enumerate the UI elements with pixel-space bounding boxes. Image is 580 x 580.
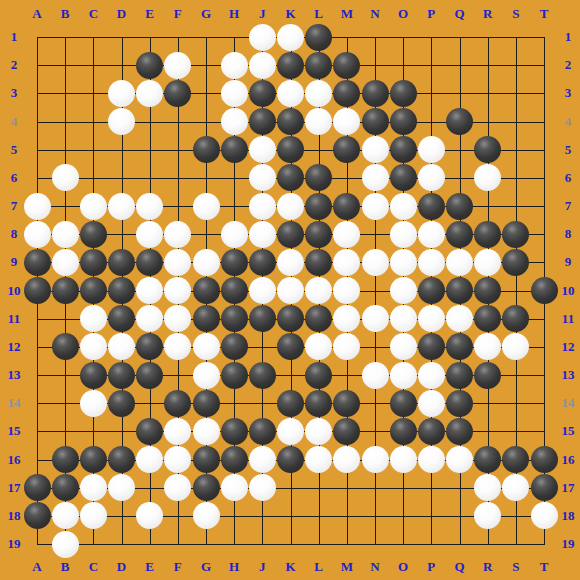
black-stone[interactable] bbox=[193, 277, 220, 304]
white-stone[interactable] bbox=[164, 52, 191, 79]
white-stone[interactable] bbox=[136, 446, 163, 473]
white-stone[interactable] bbox=[221, 474, 248, 501]
black-stone[interactable] bbox=[446, 418, 473, 445]
black-stone[interactable] bbox=[446, 108, 473, 135]
white-stone[interactable] bbox=[24, 221, 51, 248]
white-stone[interactable] bbox=[249, 52, 276, 79]
column-label: M bbox=[334, 559, 360, 575]
white-stone[interactable] bbox=[249, 446, 276, 473]
row-label: 2 bbox=[1, 57, 27, 73]
row-label: 7 bbox=[555, 198, 580, 214]
go-board-screen: AABBCCDDEEFFGGHHJJKKLLMMNNOOPPQQRRSSTT11… bbox=[0, 0, 580, 580]
white-stone[interactable] bbox=[249, 474, 276, 501]
white-stone[interactable] bbox=[390, 333, 417, 360]
white-stone[interactable] bbox=[362, 446, 389, 473]
white-stone[interactable] bbox=[446, 446, 473, 473]
white-stone[interactable] bbox=[390, 362, 417, 389]
black-stone[interactable] bbox=[305, 193, 332, 220]
black-stone[interactable] bbox=[305, 362, 332, 389]
black-stone[interactable] bbox=[249, 362, 276, 389]
row-label: 3 bbox=[555, 85, 580, 101]
black-stone[interactable] bbox=[333, 418, 360, 445]
black-stone[interactable] bbox=[24, 277, 51, 304]
white-stone[interactable] bbox=[221, 221, 248, 248]
row-label: 15 bbox=[1, 423, 27, 439]
white-stone[interactable] bbox=[52, 249, 79, 276]
white-stone[interactable] bbox=[277, 193, 304, 220]
white-stone[interactable] bbox=[164, 221, 191, 248]
black-stone[interactable] bbox=[390, 390, 417, 417]
white-stone[interactable] bbox=[362, 136, 389, 163]
black-stone[interactable] bbox=[305, 249, 332, 276]
white-stone[interactable] bbox=[277, 277, 304, 304]
black-stone[interactable] bbox=[474, 362, 501, 389]
column-label: N bbox=[362, 6, 388, 22]
black-stone[interactable] bbox=[531, 474, 558, 501]
white-stone[interactable] bbox=[418, 362, 445, 389]
white-stone[interactable] bbox=[136, 80, 163, 107]
row-label: 9 bbox=[555, 254, 580, 270]
row-label: 18 bbox=[555, 508, 580, 524]
column-label: J bbox=[249, 6, 275, 22]
white-stone[interactable] bbox=[24, 193, 51, 220]
column-label: B bbox=[52, 559, 78, 575]
row-label: 1 bbox=[555, 29, 580, 45]
black-stone[interactable] bbox=[333, 193, 360, 220]
white-stone[interactable] bbox=[390, 305, 417, 332]
white-stone[interactable] bbox=[108, 80, 135, 107]
black-stone[interactable] bbox=[446, 193, 473, 220]
white-stone[interactable] bbox=[193, 418, 220, 445]
column-label: H bbox=[221, 6, 247, 22]
row-label: 16 bbox=[555, 452, 580, 468]
white-stone[interactable] bbox=[221, 108, 248, 135]
black-stone[interactable] bbox=[305, 390, 332, 417]
black-stone[interactable] bbox=[136, 362, 163, 389]
white-stone[interactable] bbox=[249, 193, 276, 220]
black-stone[interactable] bbox=[277, 108, 304, 135]
black-stone[interactable] bbox=[277, 221, 304, 248]
white-stone[interactable] bbox=[305, 80, 332, 107]
black-stone[interactable] bbox=[193, 390, 220, 417]
column-label: F bbox=[165, 6, 191, 22]
white-stone[interactable] bbox=[305, 108, 332, 135]
black-stone[interactable] bbox=[249, 305, 276, 332]
black-stone[interactable] bbox=[305, 52, 332, 79]
column-label: P bbox=[418, 6, 444, 22]
black-stone[interactable] bbox=[362, 80, 389, 107]
column-label: G bbox=[193, 559, 219, 575]
row-label: 16 bbox=[1, 452, 27, 468]
column-label: T bbox=[531, 6, 557, 22]
black-stone[interactable] bbox=[108, 305, 135, 332]
black-stone[interactable] bbox=[502, 221, 529, 248]
white-stone[interactable] bbox=[193, 249, 220, 276]
white-stone[interactable] bbox=[193, 193, 220, 220]
black-stone[interactable] bbox=[193, 446, 220, 473]
row-label: 14 bbox=[555, 395, 580, 411]
black-stone[interactable] bbox=[221, 249, 248, 276]
black-stone[interactable] bbox=[108, 277, 135, 304]
white-stone[interactable] bbox=[221, 52, 248, 79]
row-label: 1 bbox=[1, 29, 27, 45]
black-stone[interactable] bbox=[390, 108, 417, 135]
column-label: R bbox=[475, 6, 501, 22]
black-stone[interactable] bbox=[52, 446, 79, 473]
black-stone[interactable] bbox=[221, 305, 248, 332]
white-stone[interactable] bbox=[80, 333, 107, 360]
black-stone[interactable] bbox=[277, 52, 304, 79]
black-stone[interactable] bbox=[80, 277, 107, 304]
black-stone[interactable] bbox=[418, 193, 445, 220]
black-stone[interactable] bbox=[221, 362, 248, 389]
row-label: 4 bbox=[555, 114, 580, 130]
black-stone[interactable] bbox=[52, 333, 79, 360]
black-stone[interactable] bbox=[108, 446, 135, 473]
row-label: 17 bbox=[555, 480, 580, 496]
black-stone[interactable] bbox=[221, 418, 248, 445]
black-stone[interactable] bbox=[136, 418, 163, 445]
row-label: 14 bbox=[1, 395, 27, 411]
white-stone[interactable] bbox=[362, 164, 389, 191]
column-label: C bbox=[80, 6, 106, 22]
white-stone[interactable] bbox=[333, 221, 360, 248]
black-stone[interactable] bbox=[446, 221, 473, 248]
white-stone[interactable] bbox=[362, 305, 389, 332]
column-label: S bbox=[503, 6, 529, 22]
black-stone[interactable] bbox=[80, 221, 107, 248]
white-stone[interactable] bbox=[390, 277, 417, 304]
black-stone[interactable] bbox=[277, 136, 304, 163]
black-stone[interactable] bbox=[277, 305, 304, 332]
row-label: 12 bbox=[555, 339, 580, 355]
white-stone[interactable] bbox=[249, 136, 276, 163]
column-label: K bbox=[278, 6, 304, 22]
white-stone[interactable] bbox=[136, 277, 163, 304]
white-stone[interactable] bbox=[80, 390, 107, 417]
white-stone[interactable] bbox=[277, 249, 304, 276]
white-stone[interactable] bbox=[418, 446, 445, 473]
row-label: 6 bbox=[555, 170, 580, 186]
white-stone[interactable] bbox=[193, 333, 220, 360]
column-label: A bbox=[24, 559, 50, 575]
black-stone[interactable] bbox=[446, 390, 473, 417]
white-stone[interactable] bbox=[52, 221, 79, 248]
black-stone[interactable] bbox=[531, 446, 558, 473]
column-label: D bbox=[109, 559, 135, 575]
white-stone[interactable] bbox=[446, 249, 473, 276]
column-label: B bbox=[52, 6, 78, 22]
column-label: T bbox=[531, 559, 557, 575]
black-stone[interactable] bbox=[136, 249, 163, 276]
white-stone[interactable] bbox=[390, 193, 417, 220]
row-label: 5 bbox=[1, 142, 27, 158]
column-label: G bbox=[193, 6, 219, 22]
white-stone[interactable] bbox=[52, 502, 79, 529]
black-stone[interactable] bbox=[249, 108, 276, 135]
black-stone[interactable] bbox=[108, 362, 135, 389]
black-stone[interactable] bbox=[221, 277, 248, 304]
black-stone[interactable] bbox=[193, 474, 220, 501]
black-stone[interactable] bbox=[390, 164, 417, 191]
white-stone[interactable] bbox=[80, 474, 107, 501]
row-label: 4 bbox=[1, 114, 27, 130]
black-stone[interactable] bbox=[249, 418, 276, 445]
white-stone[interactable] bbox=[108, 193, 135, 220]
column-label: C bbox=[80, 559, 106, 575]
black-stone[interactable] bbox=[52, 277, 79, 304]
black-stone[interactable] bbox=[531, 277, 558, 304]
white-stone[interactable] bbox=[136, 193, 163, 220]
row-label: 5 bbox=[555, 142, 580, 158]
white-stone[interactable] bbox=[446, 305, 473, 332]
black-stone[interactable] bbox=[446, 277, 473, 304]
white-stone[interactable] bbox=[164, 418, 191, 445]
black-stone[interactable] bbox=[24, 474, 51, 501]
black-stone[interactable] bbox=[474, 221, 501, 248]
white-stone[interactable] bbox=[531, 502, 558, 529]
white-stone[interactable] bbox=[418, 136, 445, 163]
row-label: 3 bbox=[1, 85, 27, 101]
row-label: 10 bbox=[555, 283, 580, 299]
white-stone[interactable] bbox=[249, 164, 276, 191]
row-label: 8 bbox=[555, 226, 580, 242]
row-label: 13 bbox=[1, 367, 27, 383]
black-stone[interactable] bbox=[277, 446, 304, 473]
column-label: S bbox=[503, 559, 529, 575]
white-stone[interactable] bbox=[80, 305, 107, 332]
black-stone[interactable] bbox=[193, 305, 220, 332]
black-stone[interactable] bbox=[24, 249, 51, 276]
black-stone[interactable] bbox=[362, 108, 389, 135]
white-stone[interactable] bbox=[80, 193, 107, 220]
black-stone[interactable] bbox=[249, 80, 276, 107]
black-stone[interactable] bbox=[418, 333, 445, 360]
column-label: A bbox=[24, 6, 50, 22]
black-stone[interactable] bbox=[221, 333, 248, 360]
white-stone[interactable] bbox=[418, 164, 445, 191]
black-stone[interactable] bbox=[80, 249, 107, 276]
row-label: 15 bbox=[555, 423, 580, 439]
white-stone[interactable] bbox=[418, 305, 445, 332]
black-stone[interactable] bbox=[418, 418, 445, 445]
white-stone[interactable] bbox=[221, 80, 248, 107]
black-stone[interactable] bbox=[80, 362, 107, 389]
column-label: F bbox=[165, 559, 191, 575]
black-stone[interactable] bbox=[108, 390, 135, 417]
white-stone[interactable] bbox=[390, 221, 417, 248]
black-stone[interactable] bbox=[390, 418, 417, 445]
white-stone[interactable] bbox=[390, 249, 417, 276]
black-stone[interactable] bbox=[193, 136, 220, 163]
column-label: L bbox=[306, 6, 332, 22]
white-stone[interactable] bbox=[108, 108, 135, 135]
black-stone[interactable] bbox=[446, 362, 473, 389]
black-stone[interactable] bbox=[502, 249, 529, 276]
column-label: L bbox=[306, 559, 332, 575]
column-label: P bbox=[418, 559, 444, 575]
white-stone[interactable] bbox=[277, 24, 304, 51]
black-stone[interactable] bbox=[136, 52, 163, 79]
white-stone[interactable] bbox=[418, 249, 445, 276]
column-label: K bbox=[278, 559, 304, 575]
white-stone[interactable] bbox=[305, 277, 332, 304]
white-stone[interactable] bbox=[193, 502, 220, 529]
black-stone[interactable] bbox=[249, 249, 276, 276]
white-stone[interactable] bbox=[80, 502, 107, 529]
black-stone[interactable] bbox=[305, 221, 332, 248]
white-stone[interactable] bbox=[249, 24, 276, 51]
column-label: E bbox=[137, 6, 163, 22]
black-stone[interactable] bbox=[24, 502, 51, 529]
black-stone[interactable] bbox=[474, 446, 501, 473]
black-stone[interactable] bbox=[221, 446, 248, 473]
black-stone[interactable] bbox=[305, 24, 332, 51]
black-stone[interactable] bbox=[164, 80, 191, 107]
black-stone[interactable] bbox=[52, 474, 79, 501]
column-label: Q bbox=[447, 559, 473, 575]
row-label: 12 bbox=[1, 339, 27, 355]
white-stone[interactable] bbox=[249, 277, 276, 304]
black-stone[interactable] bbox=[164, 390, 191, 417]
black-stone[interactable] bbox=[333, 390, 360, 417]
row-label: 13 bbox=[555, 367, 580, 383]
column-label: Q bbox=[447, 6, 473, 22]
black-stone[interactable] bbox=[390, 80, 417, 107]
black-stone[interactable] bbox=[80, 446, 107, 473]
column-label: M bbox=[334, 6, 360, 22]
white-stone[interactable] bbox=[305, 418, 332, 445]
black-stone[interactable] bbox=[277, 390, 304, 417]
column-label: O bbox=[390, 559, 416, 575]
white-stone[interactable] bbox=[418, 221, 445, 248]
white-stone[interactable] bbox=[277, 80, 304, 107]
white-stone[interactable] bbox=[108, 474, 135, 501]
row-label: 19 bbox=[555, 536, 580, 552]
column-label: N bbox=[362, 559, 388, 575]
column-label: H bbox=[221, 559, 247, 575]
white-stone[interactable] bbox=[249, 221, 276, 248]
white-stone[interactable] bbox=[474, 249, 501, 276]
column-label: E bbox=[137, 559, 163, 575]
row-label: 11 bbox=[1, 311, 27, 327]
column-label: R bbox=[475, 559, 501, 575]
row-label: 11 bbox=[555, 311, 580, 327]
white-stone[interactable] bbox=[164, 249, 191, 276]
white-stone[interactable] bbox=[136, 221, 163, 248]
black-stone[interactable] bbox=[418, 277, 445, 304]
white-stone[interactable] bbox=[333, 249, 360, 276]
white-stone[interactable] bbox=[362, 362, 389, 389]
white-stone[interactable] bbox=[305, 446, 332, 473]
white-stone[interactable] bbox=[277, 418, 304, 445]
white-stone[interactable] bbox=[193, 362, 220, 389]
white-stone[interactable] bbox=[362, 193, 389, 220]
white-stone[interactable] bbox=[362, 249, 389, 276]
white-stone[interactable] bbox=[418, 390, 445, 417]
white-stone[interactable] bbox=[52, 164, 79, 191]
black-stone[interactable] bbox=[221, 136, 248, 163]
white-stone[interactable] bbox=[390, 446, 417, 473]
row-label: 19 bbox=[1, 536, 27, 552]
black-stone[interactable] bbox=[333, 80, 360, 107]
black-stone[interactable] bbox=[108, 249, 135, 276]
column-label: D bbox=[109, 6, 135, 22]
column-label: O bbox=[390, 6, 416, 22]
row-label: 6 bbox=[1, 170, 27, 186]
black-stone[interactable] bbox=[333, 52, 360, 79]
row-label: 2 bbox=[555, 57, 580, 73]
black-stone[interactable] bbox=[390, 136, 417, 163]
black-stone[interactable] bbox=[474, 277, 501, 304]
white-stone[interactable] bbox=[52, 531, 79, 558]
column-label: J bbox=[249, 559, 275, 575]
